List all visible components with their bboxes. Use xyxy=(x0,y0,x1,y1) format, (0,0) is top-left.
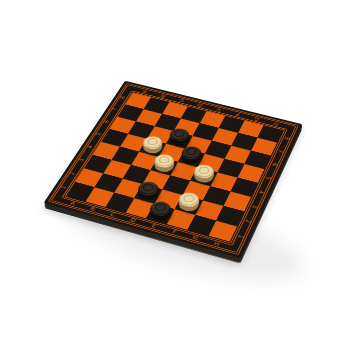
label-file-f-top: F xyxy=(235,112,240,117)
label-file-c-top: C xyxy=(178,98,184,103)
piece-black-man-e1[interactable] xyxy=(148,205,174,223)
label-rank-5-right: 5 xyxy=(264,176,272,180)
label-rank-8-left: 8 xyxy=(120,95,127,99)
label-file-e-top: E xyxy=(215,107,221,112)
label-file-b-bottom: B xyxy=(89,206,96,212)
label-file-g-top: G xyxy=(253,116,260,121)
label-rank-4-right: 4 xyxy=(258,190,266,194)
label-file-h-top: H xyxy=(272,121,278,126)
label-file-h-bottom: H xyxy=(213,241,220,247)
piece-black-man-e5[interactable] xyxy=(179,150,203,167)
label-rank-1-left: 1 xyxy=(60,185,68,189)
label-file-d-top: D xyxy=(196,102,203,107)
label-file-c-bottom: C xyxy=(109,212,116,218)
label-file-e-bottom: E xyxy=(150,223,157,229)
label-file-a-bottom: A xyxy=(69,201,76,207)
label-rank-6-left: 6 xyxy=(104,119,111,123)
label-file-b-top: B xyxy=(160,93,166,98)
label-file-a-top: A xyxy=(141,89,147,94)
label-rank-3-right: 3 xyxy=(251,204,259,209)
label-file-f-bottom: F xyxy=(171,229,177,235)
label-rank-4-left: 4 xyxy=(87,145,95,149)
label-rank-1-right: 1 xyxy=(237,234,245,239)
label-rank-7-right: 7 xyxy=(277,149,284,153)
label-rank-2-left: 2 xyxy=(69,171,77,175)
label-rank-7-left: 7 xyxy=(112,107,119,111)
label-rank-6-right: 6 xyxy=(271,162,278,166)
label-file-g-bottom: G xyxy=(192,235,200,241)
square-g7[interactable] xyxy=(231,133,257,151)
label-rank-3-left: 3 xyxy=(78,158,86,162)
label-file-d-bottom: D xyxy=(129,218,137,224)
label-rank-5-left: 5 xyxy=(95,132,102,136)
label-rank-2-right: 2 xyxy=(244,219,252,224)
scene: AABBCCDDEEFFGGHH8877665544332211 xyxy=(0,0,360,360)
label-rank-8-right: 8 xyxy=(283,136,290,140)
